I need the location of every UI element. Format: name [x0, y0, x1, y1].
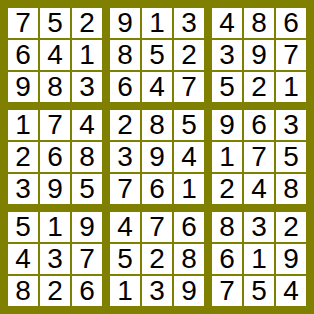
cell-r7c9[interactable]: 2	[276, 212, 306, 242]
cell-r2c6[interactable]: 2	[174, 40, 204, 70]
cell-r8c3[interactable]: 7	[72, 244, 102, 274]
cell-r7c1[interactable]: 5	[8, 212, 38, 242]
cell-r6c4[interactable]: 7	[110, 174, 140, 204]
cell-r2c8[interactable]: 9	[244, 40, 274, 70]
cell-r3c5[interactable]: 4	[142, 72, 172, 102]
cell-r9c8[interactable]: 5	[244, 276, 274, 306]
cell-r6c2[interactable]: 9	[40, 174, 70, 204]
cell-r3c3[interactable]: 3	[72, 72, 102, 102]
cell-r2c1[interactable]: 6	[8, 40, 38, 70]
cell-r4c9[interactable]: 3	[276, 110, 306, 140]
cell-r1c9[interactable]: 6	[276, 8, 306, 38]
cell-r6c7[interactable]: 2	[212, 174, 242, 204]
cell-r4c2[interactable]: 7	[40, 110, 70, 140]
cell-r7c8[interactable]: 3	[244, 212, 274, 242]
cell-r6c6[interactable]: 1	[174, 174, 204, 204]
cell-r1c2[interactable]: 5	[40, 8, 70, 38]
cell-r1c6[interactable]: 3	[174, 8, 204, 38]
cell-r8c5[interactable]: 2	[142, 244, 172, 274]
cell-r4c1[interactable]: 1	[8, 110, 38, 140]
cell-r9c2[interactable]: 2	[40, 276, 70, 306]
cell-r5c1[interactable]: 2	[8, 142, 38, 172]
cell-r8c1[interactable]: 4	[8, 244, 38, 274]
cell-r5c4[interactable]: 3	[110, 142, 140, 172]
cell-r1c3[interactable]: 2	[72, 8, 102, 38]
cell-r7c6[interactable]: 6	[174, 212, 204, 242]
cell-r5c3[interactable]: 8	[72, 142, 102, 172]
cell-r4c5[interactable]: 8	[142, 110, 172, 140]
cell-r8c2[interactable]: 3	[40, 244, 70, 274]
cell-r3c1[interactable]: 9	[8, 72, 38, 102]
cell-r2c9[interactable]: 7	[276, 40, 306, 70]
cell-r9c3[interactable]: 6	[72, 276, 102, 306]
cell-r5c9[interactable]: 5	[276, 142, 306, 172]
cell-r1c7[interactable]: 4	[212, 8, 242, 38]
cell-r9c6[interactable]: 9	[174, 276, 204, 306]
sudoku-board: 7529134866418523979836475211742859632683…	[0, 0, 314, 314]
cell-r4c4[interactable]: 2	[110, 110, 140, 140]
cell-r3c4[interactable]: 6	[110, 72, 140, 102]
cell-r1c8[interactable]: 8	[244, 8, 274, 38]
cell-r2c5[interactable]: 5	[142, 40, 172, 70]
cell-r8c8[interactable]: 1	[244, 244, 274, 274]
cell-r2c7[interactable]: 3	[212, 40, 242, 70]
cell-r3c6[interactable]: 7	[174, 72, 204, 102]
cell-r9c1[interactable]: 8	[8, 276, 38, 306]
cell-r3c9[interactable]: 1	[276, 72, 306, 102]
cell-r6c9[interactable]: 8	[276, 174, 306, 204]
cell-r2c4[interactable]: 8	[110, 40, 140, 70]
cell-r4c6[interactable]: 5	[174, 110, 204, 140]
cell-r5c7[interactable]: 1	[212, 142, 242, 172]
cell-r3c8[interactable]: 2	[244, 72, 274, 102]
cell-r6c8[interactable]: 4	[244, 174, 274, 204]
cell-r9c4[interactable]: 1	[110, 276, 140, 306]
cell-r7c7[interactable]: 8	[212, 212, 242, 242]
cell-r3c7[interactable]: 5	[212, 72, 242, 102]
cell-r7c2[interactable]: 1	[40, 212, 70, 242]
cell-r2c3[interactable]: 1	[72, 40, 102, 70]
cell-r7c4[interactable]: 4	[110, 212, 140, 242]
cell-r2c2[interactable]: 4	[40, 40, 70, 70]
cell-r8c6[interactable]: 8	[174, 244, 204, 274]
cell-r4c7[interactable]: 9	[212, 110, 242, 140]
cell-r5c6[interactable]: 4	[174, 142, 204, 172]
cell-r4c8[interactable]: 6	[244, 110, 274, 140]
cell-r5c8[interactable]: 7	[244, 142, 274, 172]
cell-r6c3[interactable]: 5	[72, 174, 102, 204]
cell-r5c5[interactable]: 9	[142, 142, 172, 172]
cell-r1c4[interactable]: 9	[110, 8, 140, 38]
cell-r8c4[interactable]: 5	[110, 244, 140, 274]
cell-r6c5[interactable]: 6	[142, 174, 172, 204]
cell-r4c3[interactable]: 4	[72, 110, 102, 140]
cell-r9c5[interactable]: 3	[142, 276, 172, 306]
cell-r5c2[interactable]: 6	[40, 142, 70, 172]
cell-r9c9[interactable]: 4	[276, 276, 306, 306]
cell-r1c5[interactable]: 1	[142, 8, 172, 38]
cell-r8c7[interactable]: 6	[212, 244, 242, 274]
cell-r1c1[interactable]: 7	[8, 8, 38, 38]
cell-r7c5[interactable]: 7	[142, 212, 172, 242]
cell-r7c3[interactable]: 9	[72, 212, 102, 242]
cell-r3c2[interactable]: 8	[40, 72, 70, 102]
cell-r8c9[interactable]: 9	[276, 244, 306, 274]
cell-r9c7[interactable]: 7	[212, 276, 242, 306]
cell-r6c1[interactable]: 3	[8, 174, 38, 204]
